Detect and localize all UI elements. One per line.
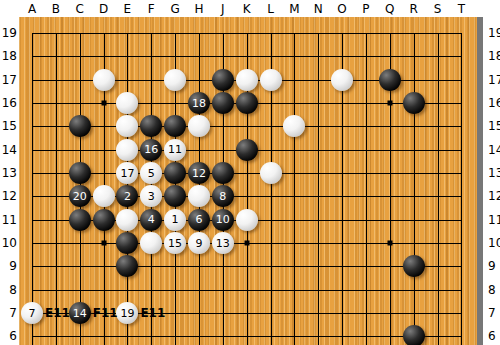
stone-black-C11 — [69, 209, 91, 231]
stone-move-number: 9 — [196, 238, 203, 249]
col-label-G: G — [170, 1, 179, 17]
board-right-edge-strip — [477, 17, 483, 345]
col-label-L: L — [267, 1, 274, 17]
stone-black-H13: 12 — [188, 162, 210, 184]
stone-black-D11 — [93, 209, 115, 231]
grid-hline-15 — [32, 126, 462, 127]
stone-white-K11 — [236, 209, 258, 231]
stone-black-G12 — [164, 185, 186, 207]
stone-white-O17 — [331, 69, 353, 91]
stone-black-E10 — [116, 232, 138, 254]
row-label-right-17: 17 — [488, 72, 500, 88]
row-label-right-7: 7 — [488, 305, 496, 321]
row-label-left-18: 18 — [0, 48, 17, 64]
stone-black-H16: 18 — [188, 92, 210, 114]
row-label-right-14: 14 — [488, 142, 500, 158]
col-label-J: J — [221, 1, 225, 17]
stone-move-number: 10 — [216, 214, 230, 225]
stone-black-H11: 6 — [188, 209, 210, 231]
legend-note-19: E11 — [140, 306, 165, 320]
row-label-right-15: 15 — [488, 118, 500, 134]
col-label-A: A — [28, 1, 36, 17]
stone-white-E14 — [116, 139, 138, 161]
row-label-left-12: 12 — [0, 188, 17, 204]
star-point-D10 — [101, 241, 106, 246]
col-label-B: B — [52, 1, 60, 17]
stone-white-D12 — [93, 185, 115, 207]
grid-hline-9 — [32, 266, 462, 267]
row-label-right-19: 19 — [488, 25, 500, 41]
stone-move-number: 19 — [120, 308, 134, 319]
row-label-right-6: 6 — [488, 328, 496, 344]
stone-white-L13 — [260, 162, 282, 184]
stone-move-number: 12 — [192, 168, 206, 179]
stone-white-legend-19: 19 — [116, 302, 138, 324]
star-point-Q10 — [387, 241, 392, 246]
stone-black-J11: 10 — [212, 209, 234, 231]
stone-black-K14 — [236, 139, 258, 161]
stone-move-number: 2 — [124, 191, 131, 202]
grid-hline-6 — [32, 336, 462, 337]
stone-black-F11: 4 — [140, 209, 162, 231]
row-label-right-8: 8 — [488, 282, 496, 298]
stone-black-C15 — [69, 115, 91, 137]
col-label-K: K — [243, 1, 251, 17]
stone-black-C13 — [69, 162, 91, 184]
stone-white-F10 — [140, 232, 162, 254]
stone-move-number: 13 — [216, 238, 230, 249]
go-board-screenshot: ABCDEFGHJKLMNOPQRST191918181717161615151… — [0, 0, 500, 345]
row-label-right-13: 13 — [488, 165, 500, 181]
grid-hline-8 — [32, 290, 462, 291]
stone-move-number: 4 — [148, 214, 155, 225]
col-label-S: S — [434, 1, 442, 17]
stone-black-E9 — [116, 255, 138, 277]
legend-note-7: E11 — [45, 306, 70, 320]
legend-note-14: F11 — [93, 306, 118, 320]
stone-move-number: 1 — [172, 214, 179, 225]
grid-hline-13 — [32, 173, 462, 174]
go-board[interactable] — [19, 17, 478, 345]
row-label-left-10: 10 — [0, 235, 17, 251]
stone-move-number: 3 — [148, 191, 155, 202]
stone-white-M15 — [283, 115, 305, 137]
stone-white-L17 — [260, 69, 282, 91]
stone-black-J17 — [212, 69, 234, 91]
col-label-N: N — [314, 1, 323, 17]
row-label-left-19: 19 — [0, 25, 17, 41]
row-label-left-14: 14 — [0, 142, 17, 158]
stone-black-K16 — [236, 92, 258, 114]
row-label-left-8: 8 — [0, 282, 17, 298]
stone-white-G14: 11 — [164, 139, 186, 161]
stone-black-F15 — [140, 115, 162, 137]
stone-white-H10: 9 — [188, 232, 210, 254]
stone-white-J10: 13 — [212, 232, 234, 254]
row-label-right-10: 10 — [488, 235, 500, 251]
stone-move-number: 15 — [168, 238, 182, 249]
stone-white-G10: 15 — [164, 232, 186, 254]
stone-white-F13: 5 — [140, 162, 162, 184]
stone-black-R6 — [403, 325, 425, 345]
row-label-left-7: 7 — [0, 305, 17, 321]
stone-white-E16 — [116, 92, 138, 114]
stone-black-Q17 — [379, 69, 401, 91]
stone-white-E15 — [116, 115, 138, 137]
stone-black-legend-14: 14 — [69, 302, 91, 324]
star-point-Q16 — [387, 101, 392, 106]
row-label-left-9: 9 — [0, 258, 17, 274]
row-label-left-13: 13 — [0, 165, 17, 181]
stone-black-F14: 16 — [140, 139, 162, 161]
row-label-left-6: 6 — [0, 328, 17, 344]
col-label-C: C — [75, 1, 83, 17]
stone-black-C12: 20 — [69, 185, 91, 207]
stone-white-E13: 17 — [116, 162, 138, 184]
col-label-F: F — [148, 1, 155, 17]
stone-move-number: 5 — [148, 168, 155, 179]
row-label-right-11: 11 — [488, 212, 500, 228]
star-point-K10 — [244, 241, 249, 246]
col-label-E: E — [124, 1, 132, 17]
col-label-M: M — [289, 1, 299, 17]
row-label-left-11: 11 — [0, 212, 17, 228]
stone-move-number: 16 — [144, 144, 158, 155]
col-label-H: H — [194, 1, 203, 17]
stone-move-number: 6 — [196, 214, 203, 225]
col-label-R: R — [409, 1, 417, 17]
stone-white-G17 — [164, 69, 186, 91]
row-label-right-16: 16 — [488, 95, 500, 111]
stone-move-number: 11 — [168, 144, 182, 155]
row-label-right-12: 12 — [488, 188, 500, 204]
grid-hline-18 — [32, 56, 462, 57]
stone-black-G15 — [164, 115, 186, 137]
stone-white-K17 — [236, 69, 258, 91]
stone-white-D17 — [93, 69, 115, 91]
row-label-left-16: 16 — [0, 95, 17, 111]
stone-white-F12: 3 — [140, 185, 162, 207]
stone-black-J16 — [212, 92, 234, 114]
row-label-right-9: 9 — [488, 258, 496, 274]
stone-move-number: 7 — [29, 308, 36, 319]
stone-black-R16 — [403, 92, 425, 114]
col-label-D: D — [99, 1, 108, 17]
stone-black-J13 — [212, 162, 234, 184]
stone-white-H12 — [188, 185, 210, 207]
stone-black-R9 — [403, 255, 425, 277]
stone-white-H15 — [188, 115, 210, 137]
row-label-left-17: 17 — [0, 72, 17, 88]
stone-move-number: 20 — [73, 191, 87, 202]
stone-black-J12: 8 — [212, 185, 234, 207]
col-label-Q: Q — [385, 1, 394, 17]
row-label-right-18: 18 — [488, 48, 500, 64]
grid-hline-19 — [32, 33, 462, 34]
stone-move-number: 17 — [120, 168, 134, 179]
col-label-P: P — [362, 1, 369, 17]
col-label-O: O — [337, 1, 346, 17]
col-label-T: T — [458, 1, 465, 17]
stone-white-G11: 1 — [164, 209, 186, 231]
stone-black-E12: 2 — [116, 185, 138, 207]
stone-white-legend-7: 7 — [21, 302, 43, 324]
row-label-left-15: 15 — [0, 118, 17, 134]
stone-white-E11 — [116, 209, 138, 231]
stone-move-number: 8 — [219, 191, 226, 202]
star-point-D16 — [101, 101, 106, 106]
stone-move-number: 18 — [192, 98, 206, 109]
stone-move-number: 14 — [73, 308, 87, 319]
stone-black-G13 — [164, 162, 186, 184]
